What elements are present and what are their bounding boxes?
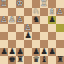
square-c3[interactable]	[40, 16, 48, 24]
square-e1[interactable]	[24, 0, 32, 8]
square-a6[interactable]	[56, 40, 64, 48]
piece-black-queen[interactable]: ♛	[32, 56, 39, 64]
piece-white-bishop[interactable]: ♗	[48, 8, 55, 16]
square-a2[interactable]: ♙	[56, 8, 64, 16]
square-d1[interactable]	[32, 0, 40, 8]
piece-black-knight[interactable]: ♞	[32, 16, 39, 24]
square-b6[interactable]	[48, 40, 56, 48]
square-d5[interactable]	[32, 32, 40, 40]
square-f7[interactable]: ♟	[16, 48, 24, 56]
square-c7[interactable]: ♟	[40, 48, 48, 56]
piece-black-pawn[interactable]: ♟	[0, 48, 7, 56]
square-e7[interactable]	[24, 48, 32, 56]
piece-white-pawn[interactable]: ♙	[16, 16, 23, 24]
piece-black-pawn[interactable]: ♟	[32, 48, 39, 56]
square-e5[interactable]: ♟	[24, 32, 32, 40]
square-c8[interactable]: ♝	[40, 56, 48, 64]
square-e8[interactable]	[24, 56, 32, 64]
square-b2[interactable]: ♗	[48, 8, 56, 16]
square-b1[interactable]	[48, 0, 56, 8]
square-h4[interactable]	[0, 24, 8, 32]
square-c4[interactable]	[40, 24, 48, 32]
square-h5[interactable]	[0, 32, 8, 40]
square-f5[interactable]	[16, 32, 24, 40]
square-b8[interactable]	[48, 56, 56, 64]
piece-white-pawn[interactable]: ♙	[56, 8, 63, 16]
square-g8[interactable]: ♚	[8, 56, 16, 64]
square-b7[interactable]: ♟	[48, 48, 56, 56]
square-a8[interactable]: ♜	[56, 56, 64, 64]
square-a1[interactable]	[56, 0, 64, 8]
piece-black-pawn[interactable]: ♟	[24, 32, 31, 40]
square-c6[interactable]	[40, 40, 48, 48]
piece-white-rook[interactable]: ♖	[0, 0, 7, 8]
square-b3[interactable]: ♟	[48, 16, 56, 24]
square-g1[interactable]	[8, 0, 16, 8]
square-a5[interactable]	[56, 32, 64, 40]
piece-black-rook[interactable]: ♜	[56, 56, 63, 64]
piece-black-pawn[interactable]: ♟	[8, 48, 15, 56]
square-g2[interactable]	[8, 8, 16, 16]
piece-black-pawn[interactable]: ♟	[16, 48, 23, 56]
square-g5[interactable]	[8, 32, 16, 40]
piece-white-pawn[interactable]: ♙	[24, 24, 31, 32]
square-c2[interactable]	[40, 8, 48, 16]
piece-black-bishop[interactable]: ♝	[40, 56, 47, 64]
square-f4[interactable]	[16, 24, 24, 32]
square-d6[interactable]	[32, 40, 40, 48]
piece-white-knight[interactable]: ♘	[32, 8, 39, 16]
square-g3[interactable]: ♙	[8, 16, 16, 24]
square-b5[interactable]	[48, 32, 56, 40]
piece-white-king[interactable]: ♔	[16, 0, 23, 8]
square-h1[interactable]: ♖	[0, 0, 8, 8]
square-e4[interactable]: ♙	[24, 24, 32, 32]
piece-black-pawn[interactable]: ♟	[40, 48, 47, 56]
square-h7[interactable]: ♟	[0, 48, 8, 56]
square-f6[interactable]	[16, 40, 24, 48]
piece-black-pawn[interactable]: ♟	[48, 48, 55, 56]
square-h8[interactable]	[0, 56, 8, 64]
square-f1[interactable]: ♔	[16, 0, 24, 8]
square-h3[interactable]: ♙	[0, 16, 8, 24]
square-g6[interactable]	[8, 40, 16, 48]
square-c5[interactable]	[40, 32, 48, 40]
square-a3[interactable]	[56, 16, 64, 24]
square-g7[interactable]: ♟	[8, 48, 16, 56]
square-c1[interactable]: ♖	[40, 0, 48, 8]
square-d2[interactable]: ♘	[32, 8, 40, 16]
piece-white-pawn[interactable]: ♙	[8, 16, 15, 24]
piece-white-pawn[interactable]: ♙	[0, 16, 7, 24]
piece-black-rook[interactable]: ♜	[16, 56, 23, 64]
square-d3[interactable]: ♞	[32, 16, 40, 24]
square-a7[interactable]	[56, 48, 64, 56]
square-e2[interactable]	[24, 8, 32, 16]
square-f2[interactable]	[16, 8, 24, 16]
piece-black-pawn[interactable]: ♟	[48, 16, 55, 24]
square-e6[interactable]	[24, 40, 32, 48]
piece-black-king[interactable]: ♚	[8, 56, 15, 64]
square-b4[interactable]	[48, 24, 56, 32]
square-e3[interactable]	[24, 16, 32, 24]
square-g4[interactable]	[8, 24, 16, 32]
square-a4[interactable]	[56, 24, 64, 32]
chess-board: ♖♔♖♘♗♙♙♙♙♞♟♙♟♟♟♟♟♟♟♚♜♛♝♜	[0, 0, 64, 64]
square-f8[interactable]: ♜	[16, 56, 24, 64]
square-d4[interactable]	[32, 24, 40, 32]
square-h6[interactable]	[0, 40, 8, 48]
square-h2[interactable]	[0, 8, 8, 16]
piece-white-rook[interactable]: ♖	[40, 0, 47, 8]
square-f3[interactable]: ♙	[16, 16, 24, 24]
square-d8[interactable]: ♛	[32, 56, 40, 64]
square-d7[interactable]: ♟	[32, 48, 40, 56]
